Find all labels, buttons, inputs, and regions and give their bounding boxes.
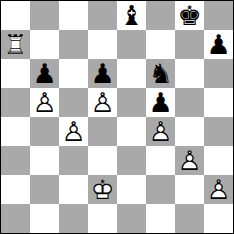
square-d6[interactable]: ♟ (88, 59, 117, 88)
square-a1[interactable] (1, 204, 30, 233)
square-h6[interactable] (204, 59, 233, 88)
piece-black-pawn[interactable]: ♟ (88, 59, 117, 88)
square-d5[interactable]: ♟♙ (88, 88, 117, 117)
square-b8[interactable] (30, 1, 59, 30)
square-e1[interactable] (117, 204, 146, 233)
square-f4[interactable]: ♟♙ (146, 117, 175, 146)
square-a7[interactable]: ♜♖ (1, 30, 30, 59)
square-c6[interactable] (59, 59, 88, 88)
white-pawn-glyph: ♙ (90, 89, 114, 116)
square-d2[interactable]: ♚♔ (88, 175, 117, 204)
square-c7[interactable] (59, 30, 88, 59)
square-f2[interactable] (146, 175, 175, 204)
square-c2[interactable] (59, 175, 88, 204)
square-h3[interactable] (204, 146, 233, 175)
square-a3[interactable] (1, 146, 30, 175)
square-b7[interactable] (30, 30, 59, 59)
square-c3[interactable] (59, 146, 88, 175)
square-g2[interactable] (175, 175, 204, 204)
chess-board: ♝♚♜♖♟♟♟♞♟♙♟♙♟♟♙♟♙♟♙♚♔♟♙ (0, 0, 234, 234)
square-a6[interactable] (1, 59, 30, 88)
square-e8[interactable]: ♝ (117, 1, 146, 30)
piece-white-pawn[interactable]: ♟♙ (146, 117, 175, 146)
white-king-glyph: ♔ (90, 176, 114, 203)
black-bishop-glyph: ♝ (119, 2, 143, 29)
square-d1[interactable] (88, 204, 117, 233)
square-d7[interactable] (88, 30, 117, 59)
piece-white-pawn[interactable]: ♟♙ (88, 88, 117, 117)
piece-white-pawn[interactable]: ♟♙ (204, 175, 233, 204)
square-g8[interactable]: ♚ (175, 1, 204, 30)
square-f7[interactable] (146, 30, 175, 59)
square-g6[interactable] (175, 59, 204, 88)
square-b6[interactable]: ♟ (30, 59, 59, 88)
white-pawn-glyph: ♙ (61, 118, 85, 145)
square-c8[interactable] (59, 1, 88, 30)
square-h2[interactable]: ♟♙ (204, 175, 233, 204)
square-f8[interactable] (146, 1, 175, 30)
square-f3[interactable] (146, 146, 175, 175)
white-pawn-glyph: ♙ (177, 147, 201, 174)
piece-white-pawn[interactable]: ♟♙ (30, 88, 59, 117)
white-pawn-glyph: ♙ (148, 118, 172, 145)
square-e2[interactable] (117, 175, 146, 204)
piece-white-pawn[interactable]: ♟♙ (59, 117, 88, 146)
square-c5[interactable] (59, 88, 88, 117)
square-a4[interactable] (1, 117, 30, 146)
square-f5[interactable]: ♟ (146, 88, 175, 117)
square-d4[interactable] (88, 117, 117, 146)
square-h8[interactable] (204, 1, 233, 30)
square-c1[interactable] (59, 204, 88, 233)
square-a8[interactable] (1, 1, 30, 30)
square-e3[interactable] (117, 146, 146, 175)
square-e4[interactable] (117, 117, 146, 146)
square-f1[interactable] (146, 204, 175, 233)
white-rook-glyph: ♖ (3, 31, 27, 58)
black-pawn-glyph: ♟ (206, 31, 230, 58)
piece-black-pawn[interactable]: ♟ (146, 88, 175, 117)
square-g3[interactable]: ♟♙ (175, 146, 204, 175)
square-g5[interactable] (175, 88, 204, 117)
square-e7[interactable] (117, 30, 146, 59)
black-knight-glyph: ♞ (148, 60, 172, 87)
white-pawn-glyph: ♙ (206, 176, 230, 203)
square-g7[interactable] (175, 30, 204, 59)
square-h5[interactable] (204, 88, 233, 117)
square-b3[interactable] (30, 146, 59, 175)
piece-white-pawn[interactable]: ♟♙ (175, 146, 204, 175)
square-e6[interactable] (117, 59, 146, 88)
square-b1[interactable] (30, 204, 59, 233)
piece-black-king[interactable]: ♚ (175, 1, 204, 30)
square-e5[interactable] (117, 88, 146, 117)
black-king-glyph: ♚ (177, 2, 201, 29)
white-pawn-glyph: ♙ (32, 89, 56, 116)
square-g1[interactable] (175, 204, 204, 233)
piece-black-pawn[interactable]: ♟ (204, 30, 233, 59)
square-a2[interactable] (1, 175, 30, 204)
square-a5[interactable] (1, 88, 30, 117)
black-pawn-glyph: ♟ (148, 89, 172, 116)
piece-white-rook[interactable]: ♜♖ (1, 30, 30, 59)
black-pawn-glyph: ♟ (32, 60, 56, 87)
piece-black-bishop[interactable]: ♝ (117, 1, 146, 30)
square-d3[interactable] (88, 146, 117, 175)
square-h7[interactable]: ♟ (204, 30, 233, 59)
piece-black-knight[interactable]: ♞ (146, 59, 175, 88)
piece-white-king[interactable]: ♚♔ (88, 175, 117, 204)
square-b5[interactable]: ♟♙ (30, 88, 59, 117)
square-g4[interactable] (175, 117, 204, 146)
square-h1[interactable] (204, 204, 233, 233)
black-pawn-glyph: ♟ (90, 60, 114, 87)
square-b4[interactable] (30, 117, 59, 146)
square-d8[interactable] (88, 1, 117, 30)
square-c4[interactable]: ♟♙ (59, 117, 88, 146)
square-f6[interactable]: ♞ (146, 59, 175, 88)
square-h4[interactable] (204, 117, 233, 146)
piece-black-pawn[interactable]: ♟ (30, 59, 59, 88)
square-b2[interactable] (30, 175, 59, 204)
